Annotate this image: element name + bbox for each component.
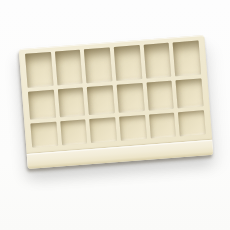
tray-compartment: [178, 110, 205, 136]
tray-compartment: [87, 85, 115, 115]
tray-compartment: [173, 40, 201, 76]
tray-compartment: [84, 47, 112, 83]
jewelry-tray: [19, 35, 214, 169]
tray-compartment: [25, 52, 53, 88]
tray-compartment: [149, 113, 176, 139]
tray-compartment: [143, 43, 171, 79]
tray-compartment: [60, 119, 87, 145]
tray-compartment: [176, 78, 204, 108]
tray-top-surface: [19, 35, 213, 154]
tray-compartment: [119, 115, 146, 141]
tray-compartment: [117, 83, 145, 113]
tray-compartment: [114, 45, 142, 81]
tray-compartment: [90, 117, 117, 143]
tray-compartment: [30, 122, 57, 148]
tray-compartment: [58, 87, 86, 117]
tray-compartment: [55, 50, 83, 86]
product-photo-stage: [0, 0, 230, 230]
tray-compartment: [146, 81, 174, 111]
tray-compartment: [28, 90, 56, 120]
